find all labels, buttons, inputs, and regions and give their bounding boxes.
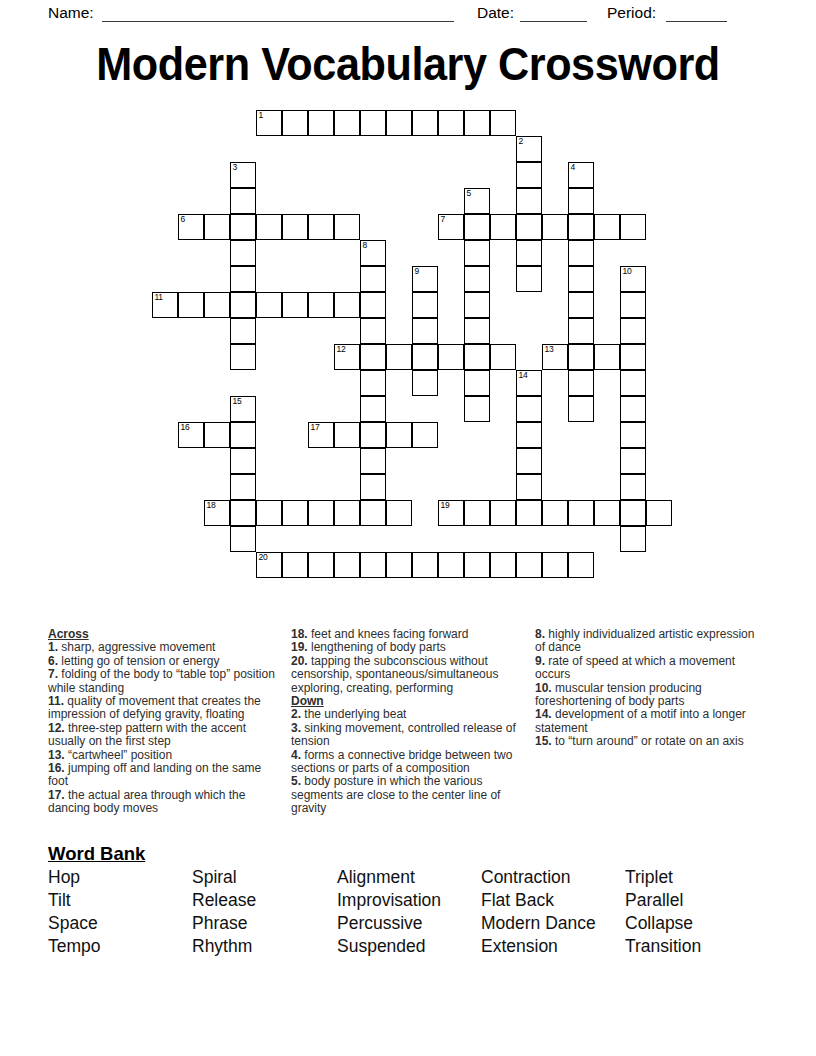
grid-cell[interactable] [464,500,490,526]
grid-cell[interactable] [620,214,646,240]
cell-number: 10 [623,266,632,276]
grid-cell[interactable] [594,214,620,240]
word-bank-item: Phrase [192,912,256,935]
grid-cell[interactable] [412,292,438,318]
grid-cell[interactable] [490,344,516,370]
grid-cell[interactable] [490,552,516,578]
grid-cell[interactable] [256,292,282,318]
word-bank-item: Transition [625,935,701,958]
period-line[interactable] [666,21,727,22]
grid-cell[interactable] [516,162,542,188]
grid-cell[interactable] [464,214,490,240]
word-bank-item: Triplet [625,866,701,889]
grid-cell[interactable] [620,500,646,526]
grid-cell[interactable] [464,396,490,422]
grid-cell[interactable]: 1 [256,110,282,136]
word-bank-item: Extension [481,935,596,958]
grid-cell[interactable] [230,344,256,370]
grid-cell[interactable] [516,474,542,500]
grid-cell[interactable] [516,214,542,240]
cell-number: 9 [415,266,419,276]
grid-cell[interactable] [568,396,594,422]
cell-number: 19 [441,500,450,510]
grid-cell[interactable] [620,370,646,396]
grid-cell[interactable] [360,318,386,344]
grid-cell[interactable] [308,552,334,578]
grid-cell[interactable] [230,474,256,500]
grid-cell[interactable] [568,214,594,240]
date-line[interactable] [520,21,587,22]
grid-cell[interactable] [516,188,542,214]
date-label: Date: [477,4,514,22]
down-clues-list: 2. the underlying beat3. sinking movemen… [291,708,528,815]
grid-cell[interactable] [542,214,568,240]
grid-cell[interactable]: 20 [256,552,282,578]
grid-cell[interactable] [464,318,490,344]
grid-cell[interactable] [568,292,594,318]
grid-cell[interactable] [230,500,256,526]
grid-cell[interactable] [620,396,646,422]
grid-cell[interactable] [516,552,542,578]
grid-cell[interactable] [620,526,646,552]
clue-across-1: 1. sharp, aggressive movement [48,641,281,654]
grid-cell[interactable] [412,370,438,396]
cell-number: 12 [337,344,346,354]
name-label: Name: [48,4,94,22]
grid-cell[interactable] [568,500,594,526]
cell-number: 17 [311,422,320,432]
crossword-grid: 1234567891011121314151617181920 [152,110,672,578]
clue-across-7: 7. folding of the body to “table top” po… [48,668,281,695]
grid-cell[interactable] [646,500,672,526]
word-bank-item: Modern Dance [481,912,596,935]
grid-cell[interactable] [230,292,256,318]
grid-cell[interactable] [230,448,256,474]
grid-cell[interactable] [516,266,542,292]
clue-down-8: 8. highly individualized artistic expres… [535,628,762,655]
grid-cell[interactable] [464,344,490,370]
grid-cell[interactable] [542,500,568,526]
word-bank-item: Flat Back [481,889,596,912]
grid-cell[interactable] [204,292,230,318]
clues-column-1: Across 1. sharp, aggressive movement6. l… [48,628,281,816]
grid-cell[interactable] [230,526,256,552]
word-bank-item: Spiral [192,866,256,889]
word-bank-column-2: SpiralReleasePhraseRhythm [192,866,256,958]
name-line[interactable] [102,21,454,22]
grid-cell[interactable] [516,396,542,422]
cell-number: 3 [233,162,237,172]
grid-cell[interactable] [256,500,282,526]
word-bank-item: Collapse [625,912,701,935]
clues-column-2: 18. feet and knees facing forward19. len… [291,628,528,816]
clue-down-9: 9. rate of speed at which a movement occ… [535,655,762,682]
grid-cell[interactable] [412,318,438,344]
word-bank-item: Tilt [48,889,101,912]
across-clues-list: 1. sharp, aggressive movement6. letting … [48,641,281,815]
word-bank-column-1: HopTiltSpaceTempo [48,866,101,958]
grid-cell[interactable] [568,266,594,292]
down-clues-continued: 8. highly individualized artistic expres… [535,628,762,749]
grid-cell[interactable]: 8 [360,240,386,266]
grid-cell[interactable] [360,500,386,526]
grid-cell[interactable] [282,110,308,136]
grid-cell[interactable]: 15 [230,396,256,422]
grid-cell[interactable] [360,110,386,136]
grid-cell[interactable] [568,318,594,344]
word-bank-item: Alignment [337,866,441,889]
across-heading: Across [48,628,281,641]
grid-cell[interactable] [230,240,256,266]
grid-cell[interactable]: 16 [178,422,204,448]
grid-cell[interactable] [412,110,438,136]
grid-cell[interactable] [594,344,620,370]
grid-cell[interactable]: 3 [230,162,256,188]
down-heading: Down [291,695,528,708]
clue-down-2: 2. the underlying beat [291,708,528,721]
grid-cell[interactable] [386,422,412,448]
grid-cell[interactable] [386,552,412,578]
grid-cell[interactable] [308,500,334,526]
clue-across-18: 18. feet and knees facing forward [291,628,528,641]
grid-cell[interactable] [178,292,204,318]
grid-cell[interactable] [438,344,464,370]
grid-cell[interactable] [308,110,334,136]
grid-cell[interactable] [282,552,308,578]
word-bank-item: Rhythm [192,935,256,958]
clue-down-15: 15. to “turn around” or rotate on an axi… [535,735,762,748]
grid-cell[interactable]: 5 [464,188,490,214]
cell-number: 8 [363,240,367,250]
grid-cell[interactable]: 17 [308,422,334,448]
grid-cell[interactable]: 9 [412,266,438,292]
grid-cell[interactable] [360,370,386,396]
grid-cell[interactable] [464,266,490,292]
word-bank-item: Percussive [337,912,441,935]
word-bank-heading: Word Bank [48,843,145,865]
clue-across-11: 11. quality of movement that creates the… [48,695,281,722]
grid-cell[interactable] [516,448,542,474]
grid-cell[interactable] [230,318,256,344]
grid-cell[interactable] [412,552,438,578]
grid-cell[interactable] [412,422,438,448]
clue-across-19: 19. lengthening of body parts [291,641,528,654]
grid-cell[interactable]: 14 [516,370,542,396]
grid-cell[interactable] [386,500,412,526]
grid-cell[interactable] [490,214,516,240]
cell-number: 4 [571,162,575,172]
grid-cell[interactable]: 18 [204,500,230,526]
grid-cell[interactable]: 19 [438,500,464,526]
word-bank-item: Hop [48,866,101,889]
across-clues-continued: 18. feet and knees facing forward19. len… [291,628,528,695]
grid-cell[interactable] [204,214,230,240]
grid-cell[interactable]: 7 [438,214,464,240]
grid-cell[interactable] [334,422,360,448]
grid-cell[interactable] [568,240,594,266]
clue-down-3: 3. sinking movement, controlled release … [291,722,528,749]
word-bank-item: Release [192,889,256,912]
grid-cell[interactable] [230,188,256,214]
word-bank-column-4: ContractionFlat BackModern DanceExtensio… [481,866,596,958]
grid-cell[interactable]: 6 [178,214,204,240]
grid-cell[interactable] [360,396,386,422]
grid-cell[interactable] [230,214,256,240]
grid-cell[interactable]: 4 [568,162,594,188]
grid-cell[interactable] [230,422,256,448]
grid-cell[interactable]: 11 [152,292,178,318]
grid-cell[interactable] [308,214,334,240]
cell-number: 1 [259,110,263,120]
word-bank-column-5: TripletParallelCollapseTransition [625,866,701,958]
grid-cell[interactable] [620,292,646,318]
grid-cell[interactable] [516,500,542,526]
word-bank-item: Space [48,912,101,935]
page-title: Modern Vocabulary Crossword [33,36,784,91]
grid-cell[interactable] [438,552,464,578]
grid-cell[interactable] [568,188,594,214]
grid-cell[interactable] [282,500,308,526]
grid-cell[interactable] [334,552,360,578]
grid-cell[interactable] [308,292,334,318]
grid-cell[interactable] [620,448,646,474]
grid-cell[interactable] [282,214,308,240]
clue-across-20: 20. tapping the subconscious without cen… [291,655,528,695]
grid-cell[interactable] [594,500,620,526]
grid-cell[interactable] [464,292,490,318]
grid-cell[interactable]: 12 [334,344,360,370]
clue-down-14: 14. development of a motif into a longer… [535,708,762,735]
grid-cell[interactable] [360,474,386,500]
grid-cell[interactable] [334,214,360,240]
clue-across-6: 6. letting go of tension or energy [48,655,281,668]
grid-cell[interactable] [620,318,646,344]
grid-cell[interactable] [360,552,386,578]
grid-cell[interactable]: 2 [516,136,542,162]
clue-across-13: 13. “cartwheel” position [48,749,281,762]
clue-across-16: 16. jumping off and landing on the same … [48,762,281,789]
grid-cell[interactable] [204,422,230,448]
word-bank-item: Parallel [625,889,701,912]
grid-cell[interactable] [334,110,360,136]
word-bank-item: Contraction [481,866,596,889]
grid-cell[interactable] [412,344,438,370]
grid-cell[interactable] [620,422,646,448]
cell-number: 11 [155,292,163,302]
grid-cell[interactable] [620,474,646,500]
word-bank-column-3: AlignmentImprovisationPercussiveSuspende… [337,866,441,958]
grid-cell[interactable] [438,110,464,136]
grid-cell[interactable] [360,266,386,292]
grid-cell[interactable] [360,422,386,448]
grid-cell[interactable] [568,344,594,370]
grid-cell[interactable] [282,292,308,318]
grid-cell[interactable] [334,500,360,526]
clue-across-17: 17. the actual area through which the da… [48,789,281,816]
grid-cell[interactable] [568,552,594,578]
grid-cell[interactable] [490,110,516,136]
cell-number: 18 [207,500,216,510]
grid-cell[interactable]: 10 [620,266,646,292]
grid-cell[interactable] [568,370,594,396]
grid-cell[interactable] [516,422,542,448]
cell-number: 7 [441,214,445,224]
clue-down-4: 4. forms a connective bridge between two… [291,749,528,776]
grid-cell[interactable] [464,370,490,396]
grid-cell[interactable]: 13 [542,344,568,370]
period-label: Period: [607,4,656,22]
clue-down-10: 10. muscular tension producing foreshort… [535,682,762,709]
grid-cell[interactable] [334,292,360,318]
cell-number: 2 [519,136,523,146]
cell-number: 6 [181,214,185,224]
cell-number: 20 [259,552,268,562]
cell-number: 5 [467,188,471,198]
cell-number: 14 [519,370,528,380]
grid-cell[interactable] [620,344,646,370]
grid-cell[interactable] [360,448,386,474]
cell-number: 13 [545,344,554,354]
word-bank-item: Improvisation [337,889,441,912]
cell-number: 16 [181,422,190,432]
grid-cell[interactable] [386,344,412,370]
grid-cell[interactable] [464,110,490,136]
grid-cell[interactable] [386,110,412,136]
clue-across-12: 12. three-step pattern with the accent u… [48,722,281,749]
grid-cell[interactable] [360,292,386,318]
grid-cell[interactable] [542,552,568,578]
cell-number: 15 [233,396,242,406]
clue-down-5: 5. body posture in which the various seg… [291,775,528,815]
grid-cell[interactable] [490,500,516,526]
grid-cell[interactable] [464,552,490,578]
grid-cell[interactable] [360,344,386,370]
grid-cell[interactable] [230,266,256,292]
word-bank-item: Suspended [337,935,441,958]
word-bank-item: Tempo [48,935,101,958]
clues-column-3: 8. highly individualized artistic expres… [535,628,762,749]
grid-cell[interactable] [464,240,490,266]
grid-cell[interactable] [256,214,282,240]
grid-cell[interactable] [516,240,542,266]
